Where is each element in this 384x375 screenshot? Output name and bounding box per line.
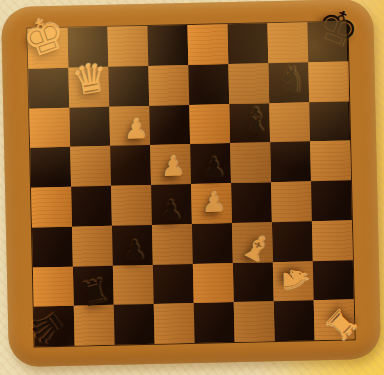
piece-black-bishop-f6[interactable]: ♝ — [240, 103, 270, 137]
piece-black-pawn-e5[interactable]: ♟ — [201, 154, 226, 182]
piece-black-knight-g7[interactable]: ♞ — [273, 59, 310, 99]
piece-white-pawn-d5[interactable]: ♟ — [160, 153, 185, 181]
piece-white-queen-b7[interactable]: ♛ — [69, 56, 111, 101]
piece-white-pawn-c6[interactable]: ♟ — [123, 116, 148, 144]
chess-board: ♚♛♟♟♟♝♞♜♚♞♝♟♟♟♜♛ — [1, 0, 381, 367]
piece-black-pawn-d4[interactable]: ♟ — [158, 196, 183, 224]
piece-black-rook-b2[interactable]: ♜ — [76, 273, 112, 312]
piece-white-pawn-e4[interactable]: ♟ — [201, 188, 226, 216]
piece-black-pawn-c3[interactable]: ♟ — [122, 236, 147, 264]
piece-black-king-h8[interactable]: ♚ — [309, 0, 365, 57]
piece-white-king-a8[interactable]: ♚ — [16, 7, 71, 65]
piece-white-knight-g2[interactable]: ♞ — [278, 264, 312, 294]
pieces-layer: ♚♛♟♟♟♝♞♜♚♞♝♟♟♟♜♛ — [26, 20, 353, 345]
piece-white-bishop-f3[interactable]: ♝ — [235, 225, 278, 269]
